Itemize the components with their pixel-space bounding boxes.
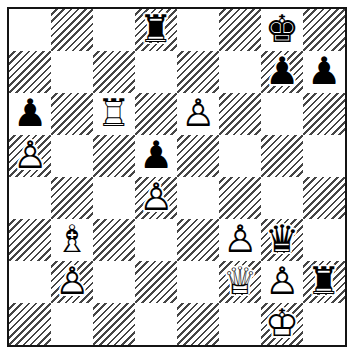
piece-white-king[interactable]: ♚♔: [261, 303, 303, 345]
piece-outline-layer: ♗: [51, 219, 93, 261]
square-f6[interactable]: [219, 93, 261, 135]
square-d4[interactable]: ♟♙: [135, 177, 177, 219]
piece-white-pawn[interactable]: ♟♙: [261, 261, 303, 303]
piece-solid-layer: ♟: [303, 51, 345, 93]
piece-black-pawn[interactable]: ♟: [135, 135, 177, 177]
square-a6[interactable]: ♟: [9, 93, 51, 135]
square-h8[interactable]: [303, 9, 345, 51]
square-c4[interactable]: [93, 177, 135, 219]
piece-white-queen[interactable]: ♛♕: [219, 261, 261, 303]
piece-black-king[interactable]: ♚: [261, 9, 303, 51]
square-c8[interactable]: [93, 9, 135, 51]
square-d1[interactable]: [135, 303, 177, 345]
square-e3[interactable]: [177, 219, 219, 261]
square-b6[interactable]: [51, 93, 93, 135]
piece-black-pawn[interactable]: ♟: [303, 51, 345, 93]
piece-black-rook[interactable]: ♜: [303, 261, 345, 303]
square-b8[interactable]: [51, 9, 93, 51]
piece-black-pawn[interactable]: ♟: [9, 93, 51, 135]
piece-outline-layer: ♖: [93, 93, 135, 135]
piece-outline-layer: ♙: [261, 261, 303, 303]
piece-black-queen[interactable]: ♛: [261, 219, 303, 261]
square-c5[interactable]: [93, 135, 135, 177]
square-f4[interactable]: [219, 177, 261, 219]
square-a4[interactable]: [9, 177, 51, 219]
square-a3[interactable]: [9, 219, 51, 261]
piece-outline-layer: ♙: [219, 219, 261, 261]
square-c1[interactable]: [93, 303, 135, 345]
square-f1[interactable]: [219, 303, 261, 345]
square-e8[interactable]: [177, 9, 219, 51]
square-e2[interactable]: [177, 261, 219, 303]
square-g3[interactable]: ♛: [261, 219, 303, 261]
piece-outline-layer: ♙: [9, 135, 51, 177]
square-h3[interactable]: [303, 219, 345, 261]
square-h6[interactable]: [303, 93, 345, 135]
piece-white-bishop[interactable]: ♝♗: [51, 219, 93, 261]
square-b1[interactable]: [51, 303, 93, 345]
square-g4[interactable]: [261, 177, 303, 219]
square-g6[interactable]: [261, 93, 303, 135]
square-e1[interactable]: [177, 303, 219, 345]
chess-board: ♜♚♟♟♟♜♖♟♙♟♙♟♟♙♝♗♟♙♛♟♙♛♕♟♙♜♚♔: [7, 7, 347, 347]
square-a8[interactable]: [9, 9, 51, 51]
piece-solid-layer: ♟: [9, 93, 51, 135]
square-f3[interactable]: ♟♙: [219, 219, 261, 261]
square-d6[interactable]: [135, 93, 177, 135]
square-b4[interactable]: [51, 177, 93, 219]
square-g1[interactable]: ♚♔: [261, 303, 303, 345]
square-g5[interactable]: [261, 135, 303, 177]
chess-diagram: ♜♚♟♟♟♜♖♟♙♟♙♟♟♙♝♗♟♙♛♟♙♛♕♟♙♜♚♔: [0, 0, 350, 350]
square-d8[interactable]: ♜: [135, 9, 177, 51]
piece-white-pawn[interactable]: ♟♙: [219, 219, 261, 261]
piece-white-rook[interactable]: ♜♖: [93, 93, 135, 135]
square-c6[interactable]: ♜♖: [93, 93, 135, 135]
square-h4[interactable]: [303, 177, 345, 219]
square-h2[interactable]: ♜: [303, 261, 345, 303]
piece-outline-layer: ♙: [177, 93, 219, 135]
square-d3[interactable]: [135, 219, 177, 261]
square-g2[interactable]: ♟♙: [261, 261, 303, 303]
square-g8[interactable]: ♚: [261, 9, 303, 51]
square-d2[interactable]: [135, 261, 177, 303]
square-a1[interactable]: [9, 303, 51, 345]
square-h1[interactable]: [303, 303, 345, 345]
square-e5[interactable]: [177, 135, 219, 177]
square-a7[interactable]: [9, 51, 51, 93]
square-b2[interactable]: ♟♙: [51, 261, 93, 303]
piece-solid-layer: ♚: [261, 9, 303, 51]
square-a2[interactable]: [9, 261, 51, 303]
piece-outline-layer: ♙: [51, 261, 93, 303]
piece-white-pawn[interactable]: ♟♙: [135, 177, 177, 219]
square-c3[interactable]: [93, 219, 135, 261]
piece-outline-layer: ♔: [261, 303, 303, 345]
square-f7[interactable]: [219, 51, 261, 93]
piece-outline-layer: ♕: [219, 261, 261, 303]
square-e6[interactable]: ♟♙: [177, 93, 219, 135]
piece-outline-layer: ♙: [135, 177, 177, 219]
square-f5[interactable]: [219, 135, 261, 177]
square-d7[interactable]: [135, 51, 177, 93]
piece-white-pawn[interactable]: ♟♙: [9, 135, 51, 177]
square-b5[interactable]: [51, 135, 93, 177]
square-f8[interactable]: [219, 9, 261, 51]
piece-solid-layer: ♟: [135, 135, 177, 177]
square-h5[interactable]: [303, 135, 345, 177]
piece-black-pawn[interactable]: ♟: [261, 51, 303, 93]
square-f2[interactable]: ♛♕: [219, 261, 261, 303]
square-c7[interactable]: [93, 51, 135, 93]
piece-solid-layer: ♟: [261, 51, 303, 93]
piece-solid-layer: ♜: [135, 9, 177, 51]
piece-black-rook[interactable]: ♜: [135, 9, 177, 51]
square-h7[interactable]: ♟: [303, 51, 345, 93]
square-e7[interactable]: [177, 51, 219, 93]
square-b3[interactable]: ♝♗: [51, 219, 93, 261]
square-d5[interactable]: ♟: [135, 135, 177, 177]
piece-white-pawn[interactable]: ♟♙: [177, 93, 219, 135]
square-c2[interactable]: [93, 261, 135, 303]
square-a5[interactable]: ♟♙: [9, 135, 51, 177]
piece-solid-layer: ♛: [261, 219, 303, 261]
piece-solid-layer: ♜: [303, 261, 345, 303]
square-e4[interactable]: [177, 177, 219, 219]
piece-white-pawn[interactable]: ♟♙: [51, 261, 93, 303]
square-b7[interactable]: [51, 51, 93, 93]
square-g7[interactable]: ♟: [261, 51, 303, 93]
